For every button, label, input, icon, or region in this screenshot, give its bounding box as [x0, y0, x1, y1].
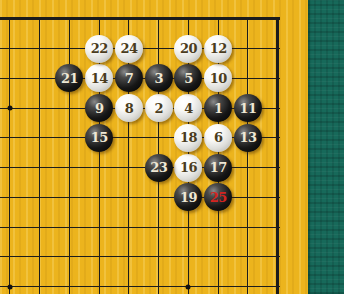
intersection-T13[interactable] [263, 183, 293, 213]
grid-line-v [128, 183, 129, 213]
intersection-M18[interactable] [55, 34, 85, 64]
intersection-S19[interactable] [233, 4, 263, 34]
stone-black-7: 7 [115, 64, 143, 92]
grid-line-v [69, 34, 70, 64]
intersection-K11[interactable] [0, 242, 25, 272]
intersection-M10[interactable] [55, 272, 85, 294]
intersection-Q12[interactable] [174, 212, 204, 242]
grid-line-v [276, 123, 279, 153]
intersection-S13[interactable] [233, 183, 263, 213]
intersection-O11[interactable] [114, 242, 144, 272]
grid-line-v [99, 183, 100, 213]
grid-line-v [218, 272, 219, 294]
grid-line-v [9, 123, 10, 153]
move-number: 16 [180, 161, 197, 174]
grid-line-v [276, 18, 279, 34]
intersection-S10[interactable] [233, 272, 263, 294]
grid-line-v [128, 242, 129, 272]
intersection-K12[interactable] [0, 212, 25, 242]
intersection-M19[interactable] [55, 4, 85, 34]
board-grid: 1234567891011121314151617181920212223242… [0, 4, 293, 294]
move-number: 3 [154, 72, 163, 85]
intersection-N19[interactable] [84, 4, 114, 34]
stone-black-9: 9 [85, 94, 113, 122]
grid-line-v [69, 242, 70, 272]
intersection-M11[interactable] [55, 242, 85, 272]
grid-line-v [69, 272, 70, 294]
intersection-P19[interactable] [144, 4, 174, 34]
grid-line-v [158, 18, 159, 34]
intersection-T11[interactable] [263, 242, 293, 272]
intersection-R19[interactable] [203, 4, 233, 34]
move-number: 6 [214, 131, 223, 144]
move-number: 20 [180, 42, 197, 55]
grid-line-v [9, 153, 10, 183]
grid-line-v [69, 212, 70, 242]
move-number: 10 [210, 72, 227, 85]
intersection-T12[interactable] [263, 212, 293, 242]
grid-line-v [276, 272, 279, 294]
grid-line-v [39, 18, 40, 34]
grid-line-v [128, 272, 129, 294]
grid-line-v [9, 272, 10, 294]
grid-line-v [247, 34, 248, 64]
grid-line-v [39, 153, 40, 183]
intersection-K13[interactable] [0, 183, 25, 213]
grid-line-v [69, 18, 70, 34]
intersection-N10[interactable] [84, 272, 114, 294]
intersection-N13[interactable] [84, 183, 114, 213]
grid-line-h [0, 256, 25, 257]
move-number: 22 [91, 42, 108, 55]
intersection-N11[interactable] [84, 242, 114, 272]
intersection-O12[interactable] [114, 212, 144, 242]
move-number: 12 [210, 42, 227, 55]
move-number: 18 [180, 131, 197, 144]
grid-line-v [9, 34, 10, 64]
intersection-T19[interactable] [263, 4, 293, 34]
stone-white-8: 8 [115, 94, 143, 122]
grid-line-v [276, 64, 279, 94]
grid-line-h [0, 197, 25, 198]
intersection-L15[interactable] [25, 123, 55, 153]
grid-line-v [99, 242, 100, 272]
move-number: 17 [210, 161, 227, 174]
move-number: 8 [125, 102, 134, 115]
star-point [7, 284, 12, 289]
move-number: 7 [125, 72, 134, 85]
grid-line-v [158, 272, 159, 294]
stone-white-12: 12 [204, 35, 232, 63]
grid-line-v [69, 183, 70, 213]
grid-line-v [158, 34, 159, 64]
grid-line-v [276, 153, 279, 183]
stone-white-18: 18 [174, 124, 202, 152]
grid-line-v [247, 18, 248, 34]
stone-white-4: 4 [174, 94, 202, 122]
stone-white-20: 20 [174, 35, 202, 63]
intersection-P15[interactable] [144, 123, 174, 153]
stone-white-10: 10 [204, 64, 232, 92]
grid-line-h [0, 17, 25, 20]
grid-line-h [0, 167, 25, 168]
grid-line-v [99, 212, 100, 242]
stone-black-23: 23 [145, 154, 173, 182]
grid-line-v [247, 64, 248, 94]
grid-line-v [218, 212, 219, 242]
intersection-K10[interactable] [0, 272, 25, 294]
grid-line-h [0, 227, 25, 228]
move-number: 1 [214, 102, 223, 115]
grid-line-h [0, 48, 25, 49]
grid-line-h [0, 78, 25, 79]
intersection-L19[interactable] [25, 4, 55, 34]
intersection-L12[interactable] [25, 212, 55, 242]
intersection-K14[interactable] [0, 153, 25, 183]
intersection-L11[interactable] [25, 242, 55, 272]
grid-line-v [39, 34, 40, 64]
grid-line-v [276, 34, 279, 64]
grid-line-v [99, 153, 100, 183]
intersection-L13[interactable] [25, 183, 55, 213]
grid-line-v [39, 123, 40, 153]
stone-black-3: 3 [145, 64, 173, 92]
grid-line-v [276, 242, 279, 272]
star-point [7, 106, 12, 111]
grid-line-v [9, 183, 10, 213]
grid-line-v [39, 272, 40, 294]
goban: 1234567891011121314151617181920212223242… [0, 0, 308, 294]
grid-line-v [39, 242, 40, 272]
grid-line-v [69, 123, 70, 153]
intersection-P13[interactable] [144, 183, 174, 213]
intersection-T14[interactable] [263, 153, 293, 183]
grid-line-v [188, 212, 189, 242]
intersection-L17[interactable] [25, 64, 55, 94]
move-number: 25 [210, 191, 227, 204]
intersection-P18[interactable] [144, 34, 174, 64]
grid-line-v [188, 272, 189, 294]
intersection-L14[interactable] [25, 153, 55, 183]
grid-line-v [247, 153, 248, 183]
intersection-K18[interactable] [0, 34, 25, 64]
stone-black-21: 21 [55, 64, 83, 92]
grid-line-v [9, 18, 10, 34]
intersection-L16[interactable] [25, 93, 55, 123]
grid-line-v [128, 153, 129, 183]
move-number: 24 [120, 42, 137, 55]
grid-line-v [276, 212, 279, 242]
grid-line-v [69, 93, 70, 123]
grid-line-v [158, 123, 159, 153]
grid-line-v [99, 272, 100, 294]
grid-line-v [9, 242, 10, 272]
intersection-L10[interactable] [25, 272, 55, 294]
stone-black-15: 15 [85, 124, 113, 152]
stone-white-6: 6 [204, 124, 232, 152]
intersection-T17[interactable] [263, 64, 293, 94]
intersection-O13[interactable] [114, 183, 144, 213]
intersection-T18[interactable] [263, 34, 293, 64]
stone-white-16: 16 [174, 154, 202, 182]
move-number: 19 [180, 191, 197, 204]
move-number: 11 [239, 102, 256, 115]
desktop-background-strip [308, 0, 344, 294]
grid-line-v [128, 123, 129, 153]
grid-line-v [218, 18, 219, 34]
stone-black-25: 25 [204, 183, 232, 211]
grid-line-v [247, 212, 248, 242]
intersection-M15[interactable] [55, 123, 85, 153]
intersection-P11[interactable] [144, 242, 174, 272]
intersection-Q11[interactable] [174, 242, 204, 272]
intersection-M14[interactable] [55, 153, 85, 183]
grid-line-h [0, 137, 25, 138]
intersection-O14[interactable] [114, 153, 144, 183]
intersection-K19[interactable] [0, 4, 25, 34]
grid-line-v [158, 183, 159, 213]
stone-white-2: 2 [145, 94, 173, 122]
intersection-L18[interactable] [25, 34, 55, 64]
grid-line-v [158, 242, 159, 272]
stone-white-24: 24 [115, 35, 143, 63]
intersection-T10[interactable] [263, 272, 293, 294]
intersection-K17[interactable] [0, 64, 25, 94]
grid-line-v [39, 64, 40, 94]
intersection-N12[interactable] [84, 212, 114, 242]
grid-line-v [188, 18, 189, 34]
grid-line-v [39, 183, 40, 213]
intersection-Q10[interactable] [174, 272, 204, 294]
grid-line-v [276, 183, 279, 213]
stone-black-11: 11 [234, 94, 262, 122]
intersection-S11[interactable] [233, 242, 263, 272]
stone-black-1: 1 [204, 94, 232, 122]
grid-line-v [39, 212, 40, 242]
intersection-S12[interactable] [233, 212, 263, 242]
intersection-K15[interactable] [0, 123, 25, 153]
intersection-P10[interactable] [144, 272, 174, 294]
intersection-S17[interactable] [233, 64, 263, 94]
grid-line-v [247, 183, 248, 213]
stone-black-5: 5 [174, 64, 202, 92]
stone-black-17: 17 [204, 154, 232, 182]
grid-line-v [247, 242, 248, 272]
move-number: 15 [91, 131, 108, 144]
move-number: 4 [184, 102, 193, 115]
star-point [186, 284, 191, 289]
grid-line-v [247, 272, 248, 294]
intersection-S14[interactable] [233, 153, 263, 183]
intersection-S18[interactable] [233, 34, 263, 64]
intersection-O19[interactable] [114, 4, 144, 34]
move-number: 14 [91, 72, 108, 85]
grid-line-v [188, 242, 189, 272]
move-number: 9 [95, 102, 104, 115]
move-number: 2 [154, 102, 163, 115]
move-number: 23 [150, 161, 167, 174]
grid-line-v [99, 18, 100, 34]
move-number: 13 [239, 131, 256, 144]
move-number: 5 [184, 72, 193, 85]
grid-line-v [276, 93, 279, 123]
intersection-Q19[interactable] [174, 4, 204, 34]
grid-line-v [9, 64, 10, 94]
intersection-O15[interactable] [114, 123, 144, 153]
intersection-P12[interactable] [144, 212, 174, 242]
intersection-R11[interactable] [203, 242, 233, 272]
grid-line-v [128, 18, 129, 34]
stone-black-19: 19 [174, 183, 202, 211]
intersection-M12[interactable] [55, 212, 85, 242]
move-number: 21 [61, 72, 78, 85]
stone-white-14: 14 [85, 64, 113, 92]
intersection-M16[interactable] [55, 93, 85, 123]
intersection-T15[interactable] [263, 123, 293, 153]
intersection-M13[interactable] [55, 183, 85, 213]
grid-line-v [69, 153, 70, 183]
go-game-screenshot: 1234567891011121314151617181920212223242… [0, 0, 344, 294]
grid-line-v [158, 212, 159, 242]
intersection-R12[interactable] [203, 212, 233, 242]
stone-white-22: 22 [85, 35, 113, 63]
grid-line-v [9, 212, 10, 242]
grid-line-v [39, 93, 40, 123]
grid-line-v [128, 212, 129, 242]
intersection-N14[interactable] [84, 153, 114, 183]
stone-black-13: 13 [234, 124, 262, 152]
intersection-T16[interactable] [263, 93, 293, 123]
grid-line-v [218, 242, 219, 272]
intersection-R10[interactable] [203, 272, 233, 294]
intersection-O10[interactable] [114, 272, 144, 294]
